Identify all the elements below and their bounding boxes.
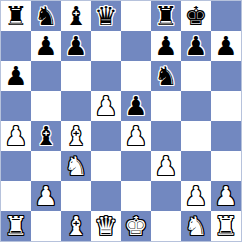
black-pawn[interactable]: ♟ <box>214 31 237 61</box>
square-c5[interactable] <box>61 91 91 121</box>
white-rook[interactable]: ♜ <box>214 211 237 241</box>
square-f4[interactable] <box>151 121 181 151</box>
square-e2[interactable] <box>121 181 151 211</box>
square-f2[interactable] <box>151 181 181 211</box>
square-c3[interactable]: ♞ <box>61 151 91 181</box>
white-pawn[interactable]: ♟ <box>4 121 27 151</box>
square-c6[interactable] <box>61 61 91 91</box>
square-h6[interactable] <box>211 61 241 91</box>
square-a7[interactable] <box>1 31 31 61</box>
square-g1[interactable]: ♞ <box>181 211 211 241</box>
black-queen[interactable]: ♛ <box>94 1 117 31</box>
square-h3[interactable] <box>211 151 241 181</box>
black-pawn[interactable]: ♟ <box>34 31 57 61</box>
black-knight[interactable]: ♞ <box>154 61 177 91</box>
square-b7[interactable]: ♟ <box>31 31 61 61</box>
square-d3[interactable] <box>91 151 121 181</box>
square-g6[interactable] <box>181 61 211 91</box>
square-h8[interactable] <box>211 1 241 31</box>
black-pawn[interactable]: ♟ <box>124 91 147 121</box>
black-rook[interactable]: ♜ <box>4 1 27 31</box>
black-pawn[interactable]: ♟ <box>4 61 27 91</box>
square-c2[interactable] <box>61 181 91 211</box>
square-b5[interactable] <box>31 91 61 121</box>
square-d5[interactable]: ♟ <box>91 91 121 121</box>
white-pawn[interactable]: ♟ <box>34 181 57 211</box>
square-e8[interactable] <box>121 1 151 31</box>
square-g2[interactable]: ♟ <box>181 181 211 211</box>
black-knight[interactable]: ♞ <box>34 1 57 31</box>
square-d1[interactable]: ♛ <box>91 211 121 241</box>
black-bishop[interactable]: ♝ <box>34 121 57 151</box>
square-d8[interactable]: ♛ <box>91 1 121 31</box>
white-pawn[interactable]: ♟ <box>94 91 117 121</box>
square-h4[interactable] <box>211 121 241 151</box>
white-king[interactable]: ♚ <box>124 211 147 241</box>
square-a4[interactable]: ♟ <box>1 121 31 151</box>
square-a3[interactable] <box>1 151 31 181</box>
square-e1[interactable]: ♚ <box>121 211 151 241</box>
square-d6[interactable] <box>91 61 121 91</box>
white-pawn[interactable]: ♟ <box>124 121 147 151</box>
square-f5[interactable] <box>151 91 181 121</box>
square-g5[interactable] <box>181 91 211 121</box>
square-a1[interactable]: ♜ <box>1 211 31 241</box>
black-pawn[interactable]: ♟ <box>184 31 207 61</box>
black-bishop[interactable]: ♝ <box>64 1 87 31</box>
white-knight[interactable]: ♞ <box>64 151 87 181</box>
square-a6[interactable]: ♟ <box>1 61 31 91</box>
square-b1[interactable] <box>31 211 61 241</box>
white-pawn[interactable]: ♟ <box>184 181 207 211</box>
square-b2[interactable]: ♟ <box>31 181 61 211</box>
square-d4[interactable] <box>91 121 121 151</box>
square-c7[interactable]: ♟ <box>61 31 91 61</box>
square-a5[interactable] <box>1 91 31 121</box>
square-c8[interactable]: ♝ <box>61 1 91 31</box>
square-f3[interactable]: ♟ <box>151 151 181 181</box>
black-pawn[interactable]: ♟ <box>154 31 177 61</box>
white-pawn[interactable]: ♟ <box>154 151 177 181</box>
square-e5[interactable]: ♟ <box>121 91 151 121</box>
square-g7[interactable]: ♟ <box>181 31 211 61</box>
black-pawn[interactable]: ♟ <box>64 31 87 61</box>
square-e6[interactable] <box>121 61 151 91</box>
square-h1[interactable]: ♜ <box>211 211 241 241</box>
white-rook[interactable]: ♜ <box>4 211 27 241</box>
square-h5[interactable] <box>211 91 241 121</box>
square-d7[interactable] <box>91 31 121 61</box>
square-b3[interactable] <box>31 151 61 181</box>
square-e4[interactable]: ♟ <box>121 121 151 151</box>
white-queen[interactable]: ♛ <box>94 211 117 241</box>
square-b6[interactable] <box>31 61 61 91</box>
square-b4[interactable]: ♝ <box>31 121 61 151</box>
square-d2[interactable] <box>91 181 121 211</box>
square-f8[interactable]: ♜ <box>151 1 181 31</box>
white-bishop[interactable]: ♝ <box>64 211 87 241</box>
square-e3[interactable] <box>121 151 151 181</box>
square-g3[interactable] <box>181 151 211 181</box>
chess-board-frame: ♜♞♝♛♜♚♟♟♟♟♟♟♞♟♟♟♝♝♟♞♟♟♟♟♜♝♛♚♞♜ <box>0 0 242 242</box>
white-knight[interactable]: ♞ <box>184 211 207 241</box>
black-king[interactable]: ♚ <box>184 1 207 31</box>
white-pawn[interactable]: ♟ <box>214 181 237 211</box>
square-f1[interactable] <box>151 211 181 241</box>
black-rook[interactable]: ♜ <box>154 1 177 31</box>
square-b8[interactable]: ♞ <box>31 1 61 31</box>
square-f7[interactable]: ♟ <box>151 31 181 61</box>
white-bishop[interactable]: ♝ <box>64 121 87 151</box>
square-a8[interactable]: ♜ <box>1 1 31 31</box>
square-e7[interactable] <box>121 31 151 61</box>
square-g8[interactable]: ♚ <box>181 1 211 31</box>
square-g4[interactable] <box>181 121 211 151</box>
square-a2[interactable] <box>1 181 31 211</box>
chess-board: ♜♞♝♛♜♚♟♟♟♟♟♟♞♟♟♟♝♝♟♞♟♟♟♟♜♝♛♚♞♜ <box>1 1 241 241</box>
square-c4[interactable]: ♝ <box>61 121 91 151</box>
square-h2[interactable]: ♟ <box>211 181 241 211</box>
square-h7[interactable]: ♟ <box>211 31 241 61</box>
square-c1[interactable]: ♝ <box>61 211 91 241</box>
square-f6[interactable]: ♞ <box>151 61 181 91</box>
